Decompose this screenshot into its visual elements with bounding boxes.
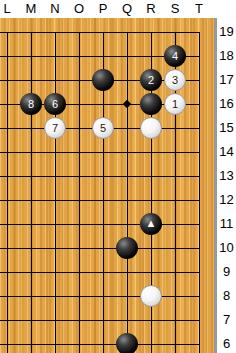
column-label-N: N [45,1,65,17]
grid-hline-10 [0,248,200,249]
column-label-R: R [141,1,161,17]
stone-Q10[interactable] [116,237,138,259]
row-label-7: 7 [217,312,236,328]
row-label-8: 8 [217,288,236,304]
column-label-T: T [189,1,209,17]
stone-move-number: 3 [172,75,178,86]
stone-move-number: 7 [52,123,58,134]
row-label-17: 17 [217,72,236,88]
row-label-12: 12 [217,192,236,208]
go-board[interactable]: 42386175▲ [0,18,214,353]
column-label-M: M [21,1,41,17]
row-label-6: 6 [217,336,236,352]
filled-triangle-icon: ▲ [146,218,157,229]
stone-N15[interactable]: 7 [44,117,66,139]
row-label-10: 10 [217,240,236,256]
stone-R11[interactable]: ▲ [140,213,162,235]
stone-R15[interactable] [140,117,162,139]
stone-S16[interactable]: 1 [164,93,186,115]
stone-S17[interactable]: 3 [164,69,186,91]
grid-hline-19 [0,32,200,33]
stone-move-number: 6 [52,99,58,110]
stone-R8[interactable] [140,285,162,307]
stone-Q6[interactable] [116,333,138,353]
stone-P15[interactable]: 5 [92,117,114,139]
row-label-13: 13 [217,168,236,184]
row-label-9: 9 [217,264,236,280]
stone-move-number: 8 [28,99,34,110]
grid-hline-8 [0,296,200,297]
stone-M16[interactable]: 8 [20,93,42,115]
stone-N16[interactable]: 6 [44,93,66,115]
grid-hline-13 [0,176,200,177]
column-label-O: O [69,1,89,17]
row-label-18: 18 [217,48,236,64]
column-label-P: P [93,1,113,17]
grid-hline-9 [0,272,200,273]
go-diagram-screen: LMNOPQRST 42386175▲ 19181716151413121110… [0,0,236,353]
grid-hline-12 [0,200,200,201]
stone-move-number: 4 [172,51,178,62]
row-label-14: 14 [217,144,236,160]
grid-hline-7 [0,320,200,321]
row-label-16: 16 [217,96,236,112]
row-label-19: 19 [217,24,236,40]
column-labels: LMNOPQRST [0,0,236,18]
column-label-L: L [0,1,17,17]
row-label-15: 15 [217,120,236,136]
row-labels: 191817161514131211109876 [217,0,236,353]
row-label-11: 11 [217,216,236,232]
grid-hline-11 [0,224,200,225]
column-label-S: S [165,1,185,17]
stone-P17[interactable] [92,69,114,91]
stone-move-number: 5 [100,123,106,134]
stone-move-number: 2 [148,75,154,86]
grid-hline-6 [0,344,200,345]
star-point-Q16 [123,100,131,108]
column-label-Q: Q [117,1,137,17]
stone-R17[interactable]: 2 [140,69,162,91]
stone-move-number: 1 [172,99,178,110]
stone-R16[interactable] [140,93,162,115]
stone-S18[interactable]: 4 [164,45,186,67]
grid-hline-14 [0,152,200,153]
